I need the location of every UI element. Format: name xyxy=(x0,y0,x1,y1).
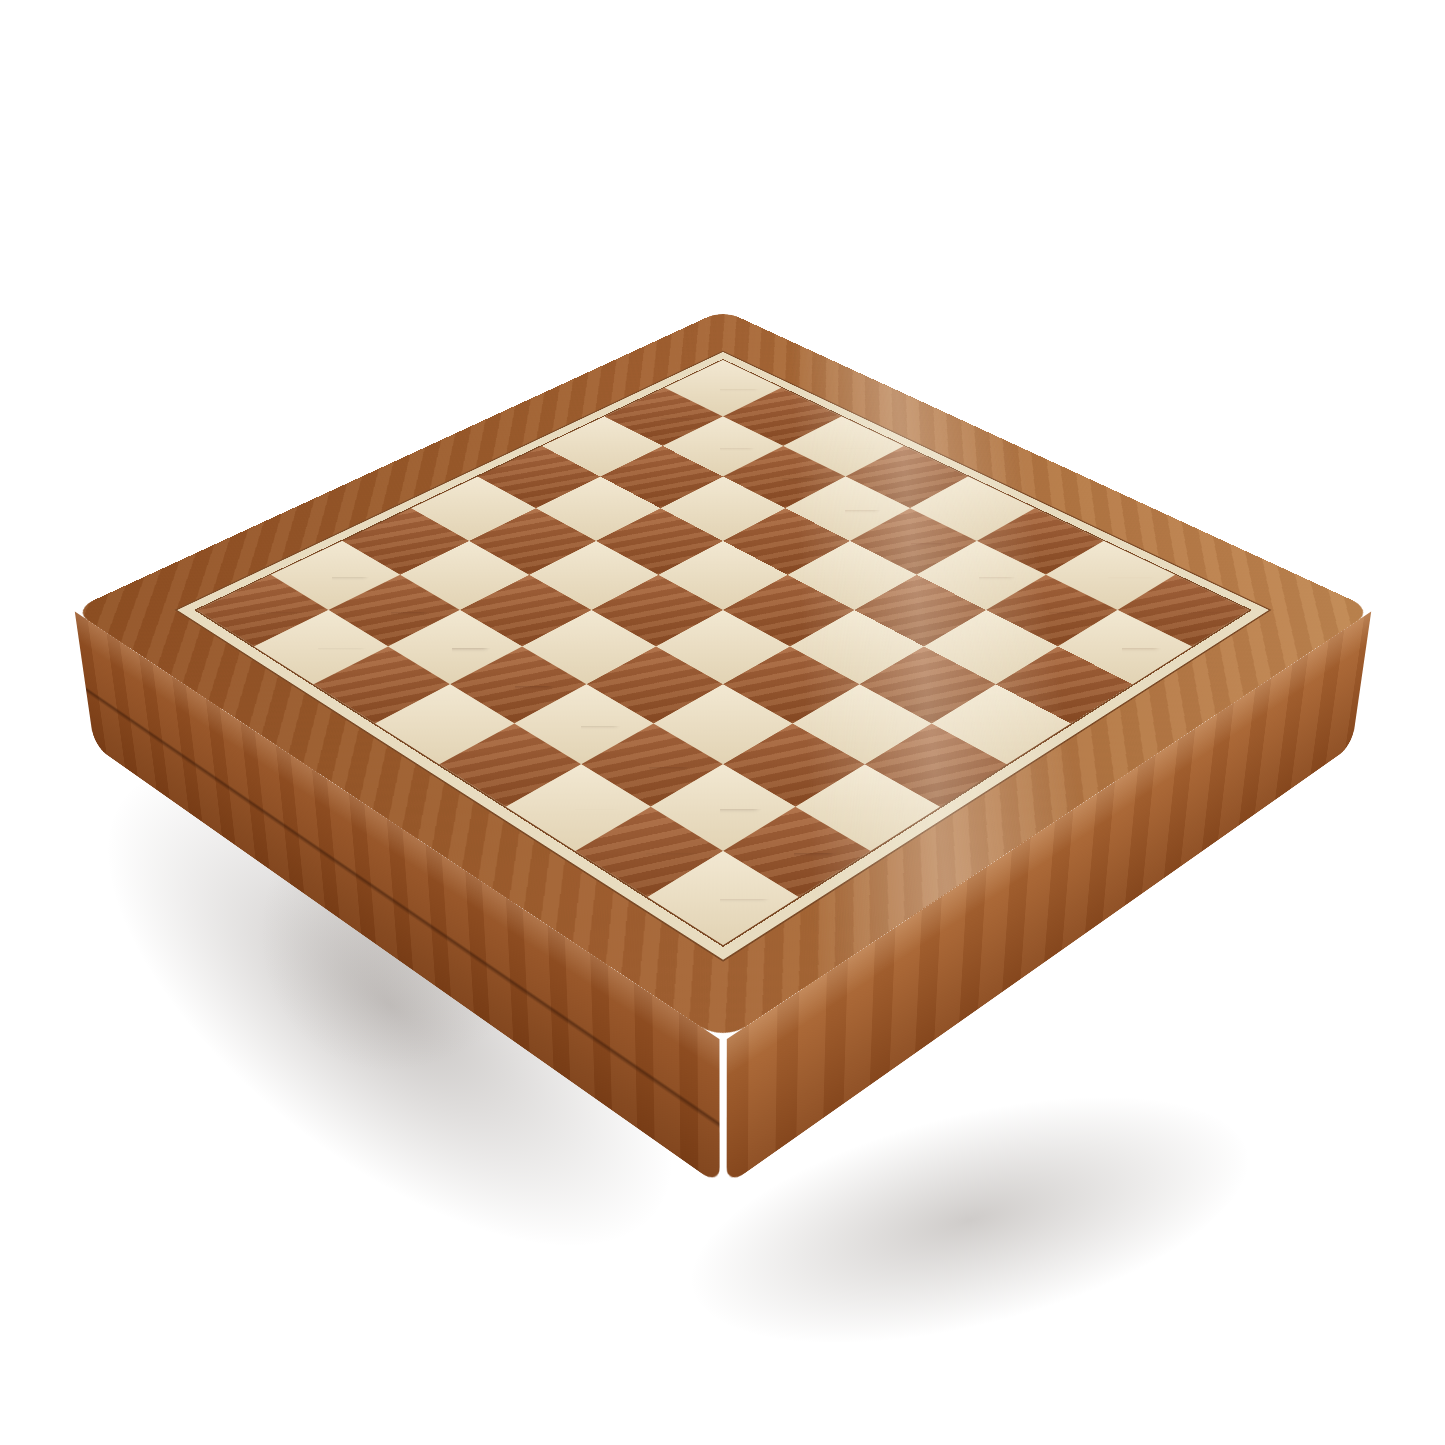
board-top-face: ♜♞♝♛♚♝♞♜♟♟♟♟♟♟♟♟♟♟♟♟♟♟♟♟♜♞♝♚♛♝♞♜ xyxy=(72,310,1373,1042)
black-rook[interactable]: ♜ xyxy=(646,754,792,917)
square-h8[interactable]: ♜ xyxy=(648,851,799,945)
scene: ♜♞♝♛♚♝♞♜♟♟♟♟♟♟♟♟♟♟♟♟♟♟♟♟♜♞♝♚♛♝♞♜ xyxy=(0,0,1445,1445)
white-pawn[interactable]: ♟ xyxy=(1070,545,1174,661)
photo-background: ♜♞♝♛♚♝♞♜♟♟♟♟♟♟♟♟♟♟♟♟♟♟♟♟♜♞♝♚♛♝♞♜ xyxy=(0,0,1445,1445)
chess-box: ♜♞♝♛♚♝♞♜♟♟♟♟♟♟♟♟♟♟♟♟♟♟♟♟♜♞♝♚♛♝♞♜ xyxy=(72,310,1373,1042)
